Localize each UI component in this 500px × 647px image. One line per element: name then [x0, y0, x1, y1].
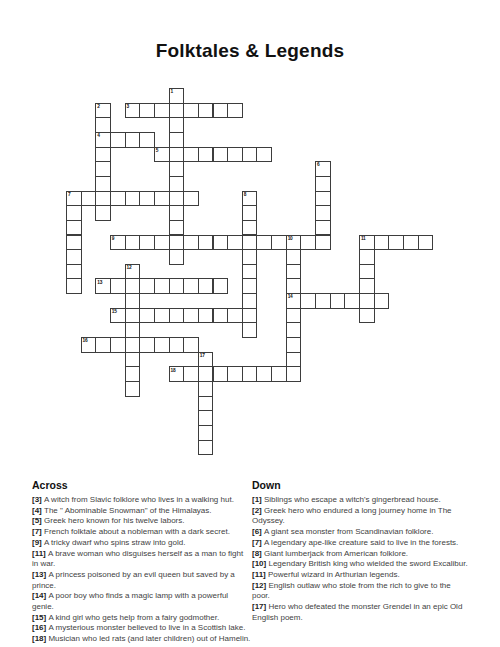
cell-r15c20[interactable] — [359, 308, 375, 324]
cell-number-15: 15 — [112, 309, 117, 314]
cell-r14c18[interactable] — [330, 293, 346, 309]
cell-r10c14[interactable] — [271, 235, 287, 251]
clue-down-6: [6] A giant sea monster from Scandinavia… — [252, 527, 480, 538]
cell-r15c8[interactable] — [183, 308, 199, 324]
clue-number: [16] — [32, 623, 48, 632]
cell-r5c17[interactable]: 6 — [315, 161, 331, 177]
clue-down-1: [1] Siblings who escape a witch's ginger… — [252, 495, 480, 506]
cell-r10c5[interactable] — [139, 235, 155, 251]
cell-r14c12[interactable] — [242, 293, 258, 309]
cell-r15c9[interactable] — [198, 308, 214, 324]
cell-r18c9[interactable]: 17 — [198, 352, 214, 368]
cell-number-3: 3 — [126, 104, 128, 109]
cell-r10c15[interactable]: 10 — [286, 235, 302, 251]
cell-r17c8[interactable] — [183, 337, 199, 353]
cell-r15c15[interactable] — [286, 308, 302, 324]
cell-r13c0[interactable] — [66, 278, 82, 294]
crossword-page: { "title": "Folktales & Legends", "game"… — [0, 0, 500, 647]
cell-number-9: 9 — [112, 236, 114, 241]
cell-r17c7[interactable] — [169, 337, 185, 353]
cell-r11c0[interactable] — [66, 249, 82, 265]
cell-r1c9[interactable] — [198, 103, 214, 119]
cell-r11c20[interactable] — [359, 249, 375, 265]
clue-number: [15] — [32, 613, 48, 622]
cell-r10c16[interactable] — [300, 235, 316, 251]
cell-r20c9[interactable] — [198, 381, 214, 397]
cell-r10c24[interactable] — [418, 235, 434, 251]
cell-r1c10[interactable] — [213, 103, 229, 119]
clues-across-column: Across [3] A witch from Slavic folklore … — [32, 479, 251, 645]
cell-r7c6[interactable] — [154, 191, 170, 207]
cell-r7c4[interactable] — [125, 191, 141, 207]
cell-number-8: 8 — [244, 192, 246, 197]
cell-r13c8[interactable] — [183, 278, 199, 294]
crossword-board: 345791011131415161812681217 — [66, 88, 434, 456]
clue-number: [7] — [252, 538, 264, 547]
cell-r14c21[interactable] — [374, 293, 390, 309]
cell-r14c15[interactable]: 14 — [286, 293, 302, 309]
cell-r14c16[interactable] — [300, 293, 316, 309]
cell-r7c2[interactable] — [95, 191, 111, 207]
cell-r10c12[interactable] — [242, 235, 258, 251]
cell-r12c4[interactable]: 12 — [125, 264, 141, 280]
cell-r14c4[interactable] — [125, 293, 141, 309]
cell-r7c8[interactable] — [183, 191, 199, 207]
cell-r12c15[interactable] — [286, 264, 302, 280]
cell-r13c15[interactable] — [286, 278, 302, 294]
cell-number-13: 13 — [97, 280, 102, 285]
cell-r17c4[interactable] — [125, 337, 141, 353]
clues-across-list: [3] A witch from Slavic folklore who liv… — [32, 495, 251, 645]
cell-r19c9[interactable] — [198, 366, 214, 382]
cell-r7c12[interactable]: 8 — [242, 191, 258, 207]
clue-across-7: [7] French folktale about a nobleman wit… — [32, 527, 251, 538]
cell-r16c12[interactable] — [242, 322, 258, 338]
cell-r11c15[interactable] — [286, 249, 302, 265]
clue-across-14: [14] A poor boy who finds a magic lamp w… — [32, 591, 251, 612]
cell-r19c4[interactable] — [125, 366, 141, 382]
cell-r9c0[interactable] — [66, 220, 82, 236]
cell-r7c5[interactable] — [139, 191, 155, 207]
clue-down-17: [17] Hero who defeated the monster Grend… — [252, 602, 480, 623]
cell-r2c7[interactable] — [169, 117, 185, 133]
cell-number-5: 5 — [156, 148, 158, 153]
cell-r11c7[interactable] — [169, 249, 185, 265]
cell-r1c11[interactable] — [227, 103, 243, 119]
clue-number: [4] — [32, 506, 44, 515]
cell-r19c14[interactable] — [271, 366, 287, 382]
cell-r0c7[interactable]: 1 — [169, 88, 185, 104]
clue-number: [11] — [252, 570, 268, 579]
clue-across-16: [16] A mysterious monster believed to li… — [32, 623, 251, 634]
clue-across-3: [3] A witch from Slavic folklore who liv… — [32, 495, 251, 506]
cell-r14c19[interactable] — [344, 293, 360, 309]
cell-r10c17[interactable] — [315, 235, 331, 251]
cell-r10c10[interactable] — [213, 235, 229, 251]
cell-r15c6[interactable] — [154, 308, 170, 324]
clue-number: [13] — [32, 570, 48, 579]
cell-r15c11[interactable] — [227, 308, 243, 324]
clue-down-2: [2] Greek hero who endured a long journe… — [252, 506, 480, 527]
cell-r23c9[interactable] — [198, 425, 214, 441]
cell-number-12: 12 — [126, 265, 131, 270]
cell-number-18: 18 — [170, 368, 175, 373]
cell-r5c7[interactable] — [169, 161, 185, 177]
clue-down-10: [10] Legendary British king who wielded … — [252, 559, 480, 570]
cell-r10c9[interactable] — [198, 235, 214, 251]
cell-r21c9[interactable] — [198, 396, 214, 412]
cell-r6c2[interactable] — [95, 176, 111, 192]
cell-r17c3[interactable] — [110, 337, 126, 353]
cell-r3c3[interactable] — [110, 132, 126, 148]
cell-r10c13[interactable] — [256, 235, 272, 251]
clue-number: [7] — [32, 527, 44, 536]
cell-r19c7[interactable]: 18 — [169, 366, 185, 382]
cell-r3c2[interactable]: 4 — [95, 132, 111, 148]
clue-number: [18] — [32, 634, 48, 643]
cell-r12c12[interactable] — [242, 264, 258, 280]
clue-number: [11] — [32, 549, 48, 558]
cell-r8c2[interactable] — [95, 205, 111, 221]
clue-number: [10] — [252, 559, 268, 568]
cell-r8c12[interactable] — [242, 205, 258, 221]
cell-r4c10[interactable] — [213, 147, 229, 163]
clue-number: [9] — [32, 538, 44, 547]
clue-number: [5] — [32, 516, 44, 525]
cell-r2c2[interactable] — [95, 117, 111, 133]
cell-r13c2[interactable]: 13 — [95, 278, 111, 294]
cell-r15c5[interactable] — [139, 308, 155, 324]
cell-r17c15[interactable] — [286, 337, 302, 353]
clues-across-heading: Across — [32, 479, 251, 491]
cell-r4c13[interactable] — [256, 147, 272, 163]
cell-r19c10[interactable] — [213, 366, 229, 382]
cell-r19c12[interactable] — [242, 366, 258, 382]
cell-r13c10[interactable] — [213, 278, 229, 294]
cell-r10c0[interactable] — [66, 235, 82, 251]
clue-number: [12] — [252, 581, 268, 590]
cell-r1c2[interactable]: 2 — [95, 103, 111, 119]
clue-across-13: [13] A princess poisoned by an evil quee… — [32, 570, 251, 591]
cell-number-4: 4 — [97, 133, 99, 138]
cell-r8c0[interactable] — [66, 205, 82, 221]
cell-number-10: 10 — [288, 236, 293, 241]
clue-across-11: [11] A brave woman who disguises herself… — [32, 549, 251, 570]
clue-across-4: [4] The " Abominable Snowman" of the Him… — [32, 506, 251, 517]
cell-r3c5[interactable] — [139, 132, 155, 148]
clue-down-11: [11] Powerful wizard in Arthurian legend… — [252, 570, 480, 581]
cell-r4c12[interactable] — [242, 147, 258, 163]
cell-r19c15[interactable] — [286, 366, 302, 382]
cell-r14c17[interactable] — [315, 293, 331, 309]
cell-r3c7[interactable] — [169, 132, 185, 148]
cell-r10c6[interactable] — [154, 235, 170, 251]
cell-r7c17[interactable] — [315, 191, 331, 207]
cell-r1c5[interactable] — [139, 103, 155, 119]
cell-r1c8[interactable] — [183, 103, 199, 119]
cell-r7c1[interactable] — [81, 191, 97, 207]
cell-r6c17[interactable] — [315, 176, 331, 192]
cell-number-1: 1 — [170, 89, 172, 94]
page-title: Folktales & Legends — [0, 40, 500, 62]
cell-r13c7[interactable] — [169, 278, 185, 294]
cell-r19c13[interactable] — [256, 366, 272, 382]
cell-number-6: 6 — [317, 162, 319, 167]
cell-r19c8[interactable] — [183, 366, 199, 382]
cell-r3c4[interactable] — [125, 132, 141, 148]
clue-number: [17] — [252, 602, 268, 611]
cell-number-17: 17 — [200, 353, 205, 358]
cell-r5c2[interactable] — [95, 161, 111, 177]
clue-number: [6] — [252, 527, 264, 536]
cell-r9c17[interactable] — [315, 220, 331, 236]
clue-down-8: [8] Giant lumberjack from American folkl… — [252, 549, 480, 560]
cell-r4c2[interactable] — [95, 147, 111, 163]
cell-r10c11[interactable] — [227, 235, 243, 251]
cell-r10c23[interactable] — [403, 235, 419, 251]
cell-r16c4[interactable] — [125, 322, 141, 338]
cell-r19c11[interactable] — [227, 366, 243, 382]
cell-r13c12[interactable] — [242, 278, 258, 294]
cell-r4c11[interactable] — [227, 147, 243, 163]
cell-r10c8[interactable] — [183, 235, 199, 251]
cell-r16c15[interactable] — [286, 322, 302, 338]
clue-number: [14] — [32, 591, 48, 600]
cell-r24c9[interactable] — [198, 440, 214, 456]
cell-r13c6[interactable] — [154, 278, 170, 294]
cell-number-7: 7 — [68, 192, 70, 197]
cell-r1c4[interactable]: 3 — [125, 103, 141, 119]
cell-r4c9[interactable] — [198, 147, 214, 163]
cell-r13c4[interactable] — [125, 278, 141, 294]
cell-r10c4[interactable] — [125, 235, 141, 251]
clues-down-list: [1] Siblings who escape a witch's ginger… — [252, 495, 480, 623]
cell-r9c7[interactable] — [169, 220, 185, 236]
clue-number: [2] — [252, 506, 264, 515]
clue-down-12: [12] English outlaw who stole from the r… — [252, 581, 480, 602]
cell-r15c7[interactable] — [169, 308, 185, 324]
cell-r10c7[interactable] — [169, 235, 185, 251]
cell-r15c12[interactable] — [242, 308, 258, 324]
cell-r15c10[interactable] — [213, 308, 229, 324]
cell-r18c4[interactable] — [125, 352, 141, 368]
cell-r10c3[interactable]: 9 — [110, 235, 126, 251]
cell-r11c12[interactable] — [242, 249, 258, 265]
cell-r13c20[interactable] — [359, 278, 375, 294]
clue-across-9: [9] A tricky dwarf who spins straw into … — [32, 538, 251, 549]
clues-down-heading: Down — [252, 479, 480, 491]
cell-r20c4[interactable] — [125, 381, 141, 397]
clue-across-5: [5] Greek hero known for his twelve labo… — [32, 516, 251, 527]
cell-r12c0[interactable] — [66, 264, 82, 280]
cell-r8c7[interactable] — [169, 205, 185, 221]
cell-r17c6[interactable] — [154, 337, 170, 353]
cell-r22c9[interactable] — [198, 410, 214, 426]
cell-r8c17[interactable] — [315, 205, 331, 221]
cell-r1c7[interactable] — [169, 103, 185, 119]
cell-r12c20[interactable] — [359, 264, 375, 280]
cell-r6c7[interactable] — [169, 176, 185, 192]
cell-r13c5[interactable] — [139, 278, 155, 294]
clue-across-18: [18] Musician who led rats (and later ch… — [32, 634, 251, 645]
cell-r17c2[interactable] — [95, 337, 111, 353]
cell-r7c7[interactable] — [169, 191, 185, 207]
cell-r4c7[interactable] — [169, 147, 185, 163]
cell-r13c3[interactable] — [110, 278, 126, 294]
cell-r17c5[interactable] — [139, 337, 155, 353]
clue-number: [8] — [252, 549, 264, 558]
cell-number-14: 14 — [288, 294, 293, 299]
cell-r7c0[interactable]: 7 — [66, 191, 82, 207]
cell-r10c21[interactable] — [374, 235, 390, 251]
cell-r10c22[interactable] — [388, 235, 404, 251]
clue-number: [1] — [252, 495, 264, 504]
cell-r1c6[interactable] — [154, 103, 170, 119]
cell-r14c20[interactable] — [359, 293, 375, 309]
cell-r13c9[interactable] — [198, 278, 214, 294]
cell-number-16: 16 — [83, 338, 88, 343]
cell-r10c20[interactable]: 11 — [359, 235, 375, 251]
cell-r7c3[interactable] — [110, 191, 126, 207]
clues-down-column: Down [1] Siblings who escape a witch's g… — [252, 479, 480, 623]
clue-number: [3] — [32, 495, 44, 504]
cell-r15c3[interactable]: 15 — [110, 308, 126, 324]
cell-r18c15[interactable] — [286, 352, 302, 368]
cell-r4c8[interactable] — [183, 147, 199, 163]
cell-r4c6[interactable]: 5 — [154, 147, 170, 163]
cell-number-11: 11 — [361, 236, 366, 241]
cell-r9c12[interactable] — [242, 220, 258, 236]
cell-r17c1[interactable]: 16 — [81, 337, 97, 353]
clue-across-15: [15] A kind girl who gets help from a fa… — [32, 613, 251, 624]
cell-number-2: 2 — [97, 104, 99, 109]
cell-r15c4[interactable] — [125, 308, 141, 324]
clue-down-7: [7] A legendary ape-like creature said t… — [252, 538, 480, 549]
